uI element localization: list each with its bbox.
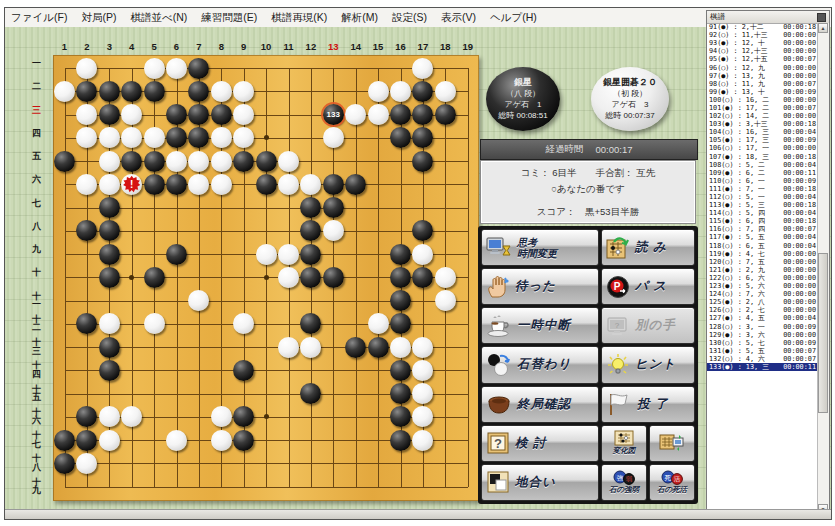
move-time: 00:00:00: [783, 72, 816, 80]
menu-item-3[interactable]: 練習問題(E): [201, 11, 257, 25]
review-label: 検 討: [515, 435, 546, 452]
white-stone: [278, 337, 299, 358]
coord-top-17: 17: [415, 41, 431, 52]
control-button-panel: 思考時間変更 読 み 待った P パ ス 一時中断: [478, 226, 698, 504]
menu-item-6[interactable]: 設定(S): [392, 11, 427, 25]
black-stone: [323, 267, 344, 288]
white-stone: [121, 406, 142, 427]
coord-top-15: 15: [370, 41, 386, 52]
alternative-move-button: ? 別の手: [601, 307, 695, 344]
panel-menu-box[interactable]: [817, 13, 826, 22]
black-stone: [412, 81, 433, 102]
move-time: 00:00:00: [783, 47, 816, 55]
move-time: 00:00:00: [783, 331, 816, 339]
black-stone: [300, 267, 321, 288]
move-time: 00:00:00: [783, 266, 816, 274]
white-stone: [412, 383, 433, 404]
move-time: 00:00:00: [783, 290, 816, 298]
move-time: 00:00:04: [783, 193, 816, 201]
white-stone: [166, 58, 187, 79]
black-stone: [144, 174, 165, 195]
menu-item-8[interactable]: ヘルプ(H): [490, 11, 537, 25]
white-stone: [211, 151, 232, 172]
white-stone: [99, 151, 120, 172]
move-time: 00:00:04: [783, 314, 816, 322]
stone-strength-icon: 強弱: [611, 470, 637, 485]
black-stone: [99, 220, 120, 241]
black-stone: [54, 430, 75, 451]
white-stone: [99, 313, 120, 334]
white-captures: アゲ石 3: [612, 99, 649, 110]
move-time: 00:00:07: [783, 80, 816, 88]
star-point: [264, 135, 269, 140]
black-stone: [390, 267, 411, 288]
white-stone: [188, 290, 209, 311]
coord-top-5: 5: [146, 41, 162, 52]
black-stone: [390, 406, 411, 427]
elapsed-time-bar: 経過時間 00:00:17: [480, 139, 698, 160]
review-tools-row: 変化図: [601, 425, 695, 462]
white-stone: [278, 244, 299, 265]
move-time: 00:00:09: [783, 177, 816, 185]
think-time-label-1: 思考: [517, 237, 557, 248]
svg-text:弱: 弱: [626, 476, 632, 483]
move-time: 00:00:18: [783, 120, 816, 128]
black-player-name: 銀星: [514, 77, 532, 88]
white-stone: [412, 430, 433, 451]
white-stone: [211, 174, 232, 195]
coord-left-12: 十二: [29, 315, 44, 332]
coord-top-3: 3: [101, 41, 117, 52]
menu-item-0[interactable]: ファイル(F): [11, 11, 67, 25]
black-stone: [345, 337, 366, 358]
coffee-cup-icon: [486, 314, 512, 338]
black-stone: [188, 104, 209, 125]
white-stone: [99, 127, 120, 148]
white-stone: [435, 290, 456, 311]
svg-text:死: 死: [664, 474, 672, 481]
star-point: [264, 275, 269, 280]
grid-line-h: [65, 487, 468, 488]
stone-life-icon: 死活: [659, 470, 685, 485]
coord-left-2: 二: [29, 82, 44, 91]
black-stone: [233, 430, 254, 451]
white-stone: [144, 127, 165, 148]
grid-line-v: [356, 68, 357, 487]
white-stone: [300, 337, 321, 358]
black-stone: [144, 267, 165, 288]
black-player-panel: 銀星 （八 段） アゲ石 1 総時 00:08:51: [486, 67, 560, 131]
coord-top-9: 9: [236, 41, 252, 52]
coord-top-4: 4: [124, 41, 140, 52]
scroll-up-arrow[interactable]: ▲: [818, 23, 828, 33]
black-stone: [99, 244, 120, 265]
coord-left-15: 十五: [29, 385, 44, 402]
white-stone: [368, 313, 389, 334]
variation-diagram-button[interactable]: 変化図: [601, 425, 647, 462]
move-list-panel: 棋譜 91(●) : 2,十二00:00:18 92(○) : 11,十三00:…: [706, 10, 830, 515]
move-time: 00:00:07: [783, 225, 816, 233]
white-stone: [368, 81, 389, 102]
black-stone: [233, 360, 254, 381]
move-time: 00:00:09: [783, 88, 816, 96]
grid-line-h: [65, 463, 468, 464]
white-stone: [233, 127, 254, 148]
white-stone: [166, 430, 187, 451]
reading-label: 読 み: [635, 239, 667, 256]
move-time: 00:00:18: [783, 185, 816, 193]
svg-text:?: ?: [615, 321, 620, 330]
white-stone: [412, 360, 433, 381]
move-time: 00:00:07: [783, 355, 816, 363]
move-time: 00:00:18: [783, 201, 816, 209]
white-stone: [435, 267, 456, 288]
score-line: スコア： 黒+53目半勝: [481, 206, 695, 219]
review-button[interactable]: ? 検 討: [481, 425, 599, 462]
black-stone: [390, 360, 411, 381]
menu-item-4[interactable]: 棋譜再現(K): [271, 11, 327, 25]
hint-button[interactable]: ヒント: [601, 346, 695, 383]
black-stone: [390, 383, 411, 404]
white-total-time: 総時 00:07:37: [605, 110, 654, 121]
move-time: 00:00:00: [783, 306, 816, 314]
stone-strength-button[interactable]: 強弱 石の強弱: [601, 464, 647, 501]
resign-button[interactable]: 投 了: [601, 386, 695, 423]
swap-stones-icon: [486, 353, 512, 377]
pass-icon: P: [606, 275, 630, 299]
black-stone: [166, 104, 187, 125]
coord-left-18: 十八: [29, 454, 44, 471]
reading-button[interactable]: 読 み: [601, 229, 695, 266]
menu-item-7[interactable]: 表示(V): [441, 11, 476, 25]
move-time: 00:00:09: [783, 339, 816, 347]
white-stone: [211, 81, 232, 102]
move-time: 00:00:07: [783, 55, 816, 63]
black-stone: [188, 81, 209, 102]
black-stone: [166, 174, 187, 195]
move-time: 00:00:18: [783, 153, 816, 161]
black-stone: [435, 104, 456, 125]
white-stone: [300, 174, 321, 195]
white-stone: [278, 174, 299, 195]
black-stone: [166, 244, 187, 265]
white-stone: [76, 104, 97, 125]
coord-left-19: 十九: [29, 478, 44, 495]
menu-item-1[interactable]: 対局(P): [81, 11, 116, 25]
black-stone: [188, 127, 209, 148]
pause-label: 一時中断: [517, 317, 571, 334]
move-time: 00:00:00: [783, 39, 816, 47]
menu-item-5[interactable]: 解析(M): [341, 11, 378, 25]
grid-line-v: [378, 68, 379, 487]
star-point: [264, 414, 269, 419]
variation-diagram-label: 変化図: [613, 446, 636, 456]
white-stone: [54, 81, 75, 102]
elapsed-value: 00:00:17: [596, 144, 633, 155]
main-window-frame: ファイル(F)対局(P)棋譜並べ(N)練習問題(E)棋譜再現(K)解析(M)設定…: [4, 7, 832, 520]
white-stone: [412, 58, 433, 79]
coord-left-10: 十: [29, 268, 44, 277]
stone-life-button[interactable]: 死活 石の死活: [649, 464, 695, 501]
black-stone: [256, 151, 277, 172]
black-stone: [188, 58, 209, 79]
move-time: 00:00:11: [783, 169, 816, 177]
move-time: 00:00:00: [783, 258, 816, 266]
game-info-panel: コミ： 6目半 手合割： 互先 ○あなたの番です スコア： 黒+53目半勝: [480, 160, 696, 224]
black-stone: [99, 267, 120, 288]
black-stone: [323, 197, 344, 218]
white-stone: [390, 337, 411, 358]
black-stone: [345, 174, 366, 195]
go-bowl-icon: [486, 392, 512, 416]
move-list-scrollbar[interactable]: ▲ ▼: [817, 23, 829, 514]
coord-left-4: 四: [29, 129, 44, 138]
black-stone: [412, 267, 433, 288]
gray-monitor-icon: ?: [606, 314, 630, 338]
white-stone: [188, 151, 209, 172]
think-time-label-2: 時間変更: [517, 248, 557, 259]
move-time: 00:00:00: [783, 250, 816, 258]
black-stone: [300, 220, 321, 241]
coord-top-7: 7: [191, 41, 207, 52]
lightbulb-icon: [606, 353, 630, 377]
go-board[interactable]: 133!: [53, 55, 479, 501]
grid-line-v: [468, 68, 469, 487]
move-time: 00:00:04: [783, 233, 816, 241]
white-stone: [323, 220, 344, 241]
black-stone: [99, 197, 120, 218]
move-time: 00:00:18: [783, 217, 816, 225]
move-text: 133(●) : 13, 三: [709, 362, 769, 372]
black-stone: [412, 127, 433, 148]
black-stone: [54, 151, 75, 172]
white-stone: [412, 244, 433, 265]
black-stone: [99, 337, 120, 358]
analysis-tools-row: 強弱 石の強弱 死活 石の死活: [601, 464, 695, 501]
hint-label: ヒント: [635, 356, 676, 373]
coord-top-16: 16: [393, 41, 409, 52]
white-stone: [76, 58, 97, 79]
move-time: 00:00:04: [783, 242, 816, 250]
move-time: 00:00:18: [783, 23, 816, 31]
svg-text:P: P: [614, 280, 621, 291]
coord-left-1: 一: [29, 59, 44, 68]
think-time-button[interactable]: 思考時間変更: [481, 229, 599, 266]
black-stone: [233, 151, 254, 172]
black-stone: [412, 220, 433, 241]
white-stone: [368, 104, 389, 125]
black-stone: [76, 220, 97, 241]
question-board-icon: ?: [486, 431, 510, 455]
stone-strength-label: 石の強弱: [609, 485, 639, 495]
white-stone: [99, 174, 120, 195]
move-time: 00:00:04: [783, 161, 816, 169]
white-stone: [435, 81, 456, 102]
coord-left-9: 九: [29, 245, 44, 254]
white-stone: [211, 430, 232, 451]
white-stone: [278, 267, 299, 288]
black-stone: [323, 174, 344, 195]
hand-icon: [486, 275, 510, 299]
territory-label: 地合い: [515, 474, 556, 491]
black-stone: [166, 127, 187, 148]
coord-left-7: 七: [29, 199, 44, 208]
black-total-time: 総時 00:08:51: [498, 110, 547, 121]
white-stone: [144, 58, 165, 79]
black-stone: [121, 81, 142, 102]
black-stone: [256, 174, 277, 195]
white-stone: [233, 104, 254, 125]
svg-text:?: ?: [494, 436, 502, 451]
white-stone: [211, 406, 232, 427]
move-time: 00:00:04: [783, 209, 816, 217]
move-time: 00:00:07: [783, 104, 816, 112]
move-list-title: 棋譜: [710, 12, 725, 22]
undo-button[interactable]: 待った: [481, 268, 599, 305]
svg-text:活: 活: [674, 476, 680, 483]
variation-board-icon: [614, 430, 634, 446]
scrollbar-thumb[interactable]: [818, 253, 828, 413]
coord-left-17: 十七: [29, 431, 44, 448]
black-stone: [390, 104, 411, 125]
white-stone: [144, 313, 165, 334]
coord-left-8: 八: [29, 222, 44, 231]
black-stone: [390, 127, 411, 148]
black-stone: [300, 244, 321, 265]
board-window-icon: [659, 433, 685, 453]
end-confirm-button[interactable]: 終局確認: [481, 386, 599, 423]
black-stone: [99, 81, 120, 102]
coord-left-11: 十一: [29, 292, 44, 309]
move-time: 00:00:00: [783, 96, 816, 104]
coord-top-18: 18: [437, 41, 453, 52]
coord-top-11: 11: [281, 41, 297, 52]
black-stone: [76, 406, 97, 427]
coord-top-19: 19: [460, 41, 476, 52]
black-stone: [412, 151, 433, 172]
white-stone: [233, 313, 254, 334]
white-player-panel: 銀星囲碁２０ （初 段） アゲ石 3 総時 00:07:37: [591, 67, 669, 131]
white-player-rank: （初 段）: [613, 88, 647, 99]
coord-top-12: 12: [303, 41, 319, 52]
black-stone: [300, 197, 321, 218]
move-time: 00:00:09: [783, 136, 816, 144]
move-time: 00:00:00: [783, 31, 816, 39]
black-stone: [390, 290, 411, 311]
monitor-hourglass-icon: [486, 236, 512, 260]
black-stone: [368, 337, 389, 358]
black-stone: [390, 430, 411, 451]
coord-top-13: 13: [325, 41, 341, 52]
move-time: 00:00:00: [783, 298, 816, 306]
status-bar: [5, 509, 831, 519]
last-move-number: 133: [323, 104, 344, 125]
white-flag-icon: [606, 392, 632, 416]
resign-label: 投 了: [637, 396, 668, 413]
white-stone: [188, 174, 209, 195]
black-stone: [76, 313, 97, 334]
black-stone: [233, 406, 254, 427]
black-stone: [211, 104, 232, 125]
move-time: 00:00:00: [783, 282, 816, 290]
white-stone: [99, 406, 120, 427]
black-stone: 133: [323, 104, 344, 125]
pass-button[interactable]: P パ ス: [601, 268, 695, 305]
komi-handicap-line: コミ： 6目半 手合割： 互先: [481, 167, 695, 180]
move-time: 00:00:00: [783, 64, 816, 72]
end-confirm-label: 終局確認: [517, 396, 571, 413]
coord-left-5: 五: [29, 152, 44, 161]
coord-left-6: 六: [29, 175, 44, 184]
black-player-rank: （八 段）: [506, 88, 540, 99]
white-stone: [278, 151, 299, 172]
move-time: 00:00:00: [783, 274, 816, 282]
move-time: 00:00:00: [783, 112, 816, 120]
star-point: [129, 275, 134, 280]
white-stone: [121, 127, 142, 148]
white-stone: [390, 81, 411, 102]
white-stone: [166, 151, 187, 172]
coord-top-6: 6: [169, 41, 185, 52]
board-window-button[interactable]: [649, 425, 695, 462]
coord-top-2: 2: [79, 41, 95, 52]
territory-button[interactable]: 地合い: [481, 464, 599, 501]
coord-left-13: 十三: [29, 338, 44, 355]
move-time: 00:00:00: [783, 144, 816, 152]
move-list[interactable]: 91(●) : 2,十二00:00:18 92(○) : 11,十三00:00:…: [707, 23, 818, 514]
black-stone: [54, 453, 75, 474]
alternative-move-label: 別の手: [635, 317, 676, 334]
coord-left-14: 十四: [29, 361, 44, 378]
white-stone: [412, 406, 433, 427]
turn-indicator: ○あなたの番です: [481, 183, 695, 196]
menu-item-2[interactable]: 棋譜並べ(N): [130, 11, 187, 25]
elapsed-label: 経過時間: [546, 143, 584, 156]
pause-button[interactable]: 一時中断: [481, 307, 599, 344]
move-list-row-133[interactable]: 133(●) : 13, 三00:00:11: [707, 363, 818, 371]
board-arrow-icon: [606, 236, 630, 260]
white-stone: [99, 430, 120, 451]
white-stone: [323, 127, 344, 148]
territory-icon: [486, 470, 510, 494]
swap-stones-label: 石替わり: [517, 356, 572, 373]
white-stone: [76, 174, 97, 195]
black-stone: [300, 383, 321, 404]
move-time: 00:00:11: [783, 363, 816, 371]
svg-text:強: 強: [617, 474, 624, 482]
app-window: ファイル(F)対局(P)棋譜並べ(N)練習問題(E)棋譜再現(K)解析(M)設定…: [0, 0, 835, 526]
white-stone: [211, 127, 232, 148]
white-stone: [233, 81, 254, 102]
move-time: 00:00:04: [783, 128, 816, 136]
black-stone: [390, 313, 411, 334]
black-stone: [76, 81, 97, 102]
black-captures: アゲ石 1: [505, 99, 542, 110]
swap-stones-button[interactable]: 石替わり: [481, 346, 599, 383]
black-stone: [300, 313, 321, 334]
white-player-name: 銀星囲碁２０: [603, 77, 657, 88]
black-stone: [99, 104, 120, 125]
white-stone: [256, 244, 277, 265]
move-time: 00:00:09: [783, 323, 816, 331]
white-stone: [121, 104, 142, 125]
pass-label: パ ス: [635, 278, 667, 295]
coord-top-14: 14: [348, 41, 364, 52]
black-stone: [99, 360, 120, 381]
coord-left-3: 三: [29, 106, 44, 115]
coord-top-8: 8: [213, 41, 229, 52]
black-stone: [121, 151, 142, 172]
